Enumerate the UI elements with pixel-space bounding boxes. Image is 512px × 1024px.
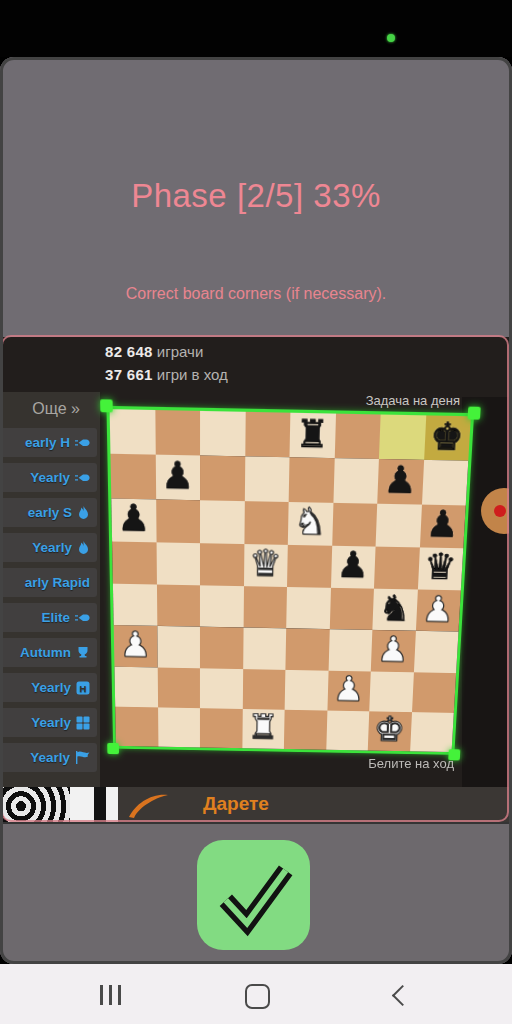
piece-bP-f5: ♟ [336,547,370,587]
square-f6[interactable] [332,502,378,546]
board-scan-area: ♜♚♟♟♟♞♟♛♟♛♞♟♟♟♟♜♚ [106,406,474,755]
scanner-overlay-top: Phase [2/5] 33% Correct board corners (i… [0,57,512,337]
puzzle-of-the-day-title: Задача на деня [366,393,460,408]
sidebar-item-label: early H [25,435,70,450]
flag-icon [75,751,90,764]
square-f2[interactable]: ♟ [327,670,371,711]
square-e2[interactable] [285,669,328,710]
games-stat: 37 661 игри в ход [105,363,228,386]
square-h7[interactable] [421,460,468,505]
sidebar-item-yearly-h[interactable]: early H [0,428,97,457]
sidebar-item-label: Yearly [31,715,71,730]
square-f3[interactable] [328,629,372,671]
square-c5[interactable] [200,543,244,586]
square-d1[interactable]: ♜ [242,709,285,749]
piece-wP-g3: ♟ [376,632,409,670]
square-f1[interactable] [326,710,369,750]
piece-wN-e6: ♞ [294,503,328,543]
square-d3[interactable] [243,628,287,670]
square-b3[interactable] [157,626,200,668]
square-a4[interactable] [113,584,157,626]
piece-wP-h4: ♟ [421,591,455,630]
square-g5[interactable] [374,546,419,589]
corner-handle-top-left[interactable] [100,399,113,412]
corner-handle-bottom-left[interactable] [107,743,119,754]
square-h2[interactable] [412,672,457,713]
square-a3[interactable]: ♟ [114,625,158,667]
square-g1[interactable]: ♚ [368,711,412,751]
piece-bP-g7: ♟ [383,461,418,502]
sidebar-item-yearly-h2[interactable]: Yearly H [0,673,97,702]
square-d2[interactable] [242,669,285,710]
bullet-icon [75,472,90,484]
donate-link[interactable]: Дарете [203,787,269,821]
square-f4[interactable] [329,588,374,630]
square-b8[interactable] [155,410,200,456]
bullet-icon [75,612,90,624]
players-count: 82 648 [105,343,153,360]
square-g8[interactable] [379,414,426,460]
square-h5[interactable]: ♛ [417,547,463,590]
flame-icon [77,541,90,555]
recents-icon[interactable] [100,985,121,1005]
square-g2[interactable] [369,671,413,712]
sidebar-item-label: Yearly [30,470,70,485]
square-e1[interactable] [284,710,327,750]
sidebar-item-yearly-s[interactable]: early S [0,498,97,527]
square-b5[interactable] [156,542,200,585]
piece-bP-h6: ♟ [425,506,460,546]
trophy-icon [76,646,90,660]
corner-handle-top-right[interactable] [468,407,481,420]
h-square-icon: H [76,681,90,695]
square-c1[interactable] [200,708,242,748]
svg-text:H: H [80,682,87,693]
piece-bK-h8: ♚ [429,417,464,459]
spiral-pattern [0,787,70,822]
square-c3[interactable] [200,627,243,669]
square-b1[interactable] [158,707,200,747]
square-h6[interactable]: ♟ [419,504,465,548]
square-d5[interactable]: ♛ [244,544,288,587]
sidebar-item-label: Elite [41,610,70,625]
piece-bP-a6: ♟ [117,500,150,541]
square-d8[interactable] [245,412,291,458]
piece-bN-g4: ♞ [378,590,412,629]
square-b4[interactable] [156,585,200,627]
sidebar-item-label: arly Rapid [25,575,90,590]
square-d6[interactable] [244,501,289,545]
chess-board: ♜♚♟♟♟♞♟♛♟♛♞♟♟♟♟♜♚ [106,406,474,755]
piece-wP-f2: ♟ [332,672,365,710]
piece-wP-a3: ♟ [119,627,151,665]
square-b7[interactable]: ♟ [155,455,200,500]
scanner-overlay-bottom [0,822,512,964]
home-icon[interactable] [245,984,270,1009]
scanner-instruction: Correct board corners (if necessary). [0,285,512,303]
square-a6[interactable]: ♟ [111,498,156,542]
square-f7[interactable] [333,458,379,503]
square-h8[interactable]: ♚ [424,415,471,461]
phone-screen: 82 648 играчи 37 661 игри в ход Задача н… [0,0,512,1024]
square-h3[interactable] [413,631,458,673]
piece-bQ-h5: ♛ [423,549,457,589]
square-c6[interactable] [200,500,244,544]
grid-icon [76,716,90,730]
sidebar-item-label: Yearly [30,750,70,765]
square-e6[interactable]: ♞ [288,501,333,545]
sidebar-item-label: Yearly [31,680,71,695]
square-c4[interactable] [200,585,244,627]
square-d4[interactable] [243,586,287,628]
sidebar-item-label: early S [28,505,72,520]
square-c8[interactable] [200,411,245,457]
square-a1[interactable] [115,706,158,746]
piece-bP-b7: ♟ [161,457,194,498]
android-nav-bar [0,964,512,1024]
sidebar-item-yearly-bullet[interactable]: Yearly [0,463,97,492]
sidebar-item-autumn[interactable]: Autumn [0,638,97,667]
piece-bR-e8: ♜ [295,415,329,457]
back-icon[interactable] [392,985,413,1006]
confirm-button[interactable] [197,840,310,950]
piece-wR-d1: ♜ [247,710,279,747]
square-a7[interactable] [110,454,155,499]
donate-row: Дарете [0,787,512,825]
piece-wQ-d5: ♛ [249,546,282,586]
sidebar-item-yearly-grid[interactable]: Yearly [0,708,97,737]
bullet-icon [75,437,90,449]
square-g6[interactable] [376,503,422,547]
sidebar: Още » early H Yearly early S Yearly [0,392,100,807]
square-d7[interactable] [244,457,289,502]
square-e4[interactable] [286,587,330,629]
players-label: играчи [157,343,203,360]
flame-icon [77,506,90,520]
sidebar-item-yearly-rapid[interactable]: arly Rapid [0,568,97,597]
status-bar [0,0,512,57]
square-e7[interactable] [289,458,335,503]
square-g3[interactable]: ♟ [371,630,416,672]
games-label: игри в ход [157,366,228,383]
square-e5[interactable] [287,545,332,588]
square-c7[interactable] [200,456,245,501]
square-f8[interactable] [334,414,380,460]
sidebar-item-yearly-blitz[interactable]: Yearly [0,533,97,562]
square-b2[interactable] [157,667,200,708]
square-b6[interactable] [156,499,200,543]
square-g4[interactable]: ♞ [372,589,417,631]
side-to-move-label: Белите на ход [368,756,454,771]
sidebar-item-label: Yearly [32,540,72,555]
square-a2[interactable] [114,666,157,707]
chess-site-preview: 82 648 играчи 37 661 игри в ход Задача н… [0,337,512,822]
square-e8[interactable]: ♜ [290,413,336,459]
square-h4[interactable]: ♟ [415,589,460,631]
camera-active-dot-icon [387,34,395,42]
square-c2[interactable] [200,668,243,709]
square-e3[interactable] [285,629,329,671]
square-f5[interactable]: ♟ [330,545,375,588]
square-g7[interactable]: ♟ [377,459,423,504]
stripe-pattern [70,787,118,822]
camera-region: 82 648 играчи 37 661 игри в ход Задача н… [0,57,512,964]
square-a8[interactable] [110,409,156,455]
sidebar-item-yearly-flag[interactable]: Yearly [0,743,97,772]
players-stat: 82 648 играчи [105,340,228,363]
square-h1[interactable] [410,712,454,752]
piece-wK-g1: ♚ [373,713,406,750]
square-a5[interactable] [112,541,156,584]
check-icon [208,851,300,939]
site-stats: 82 648 играчи 37 661 игри в ход [105,340,228,386]
phase-progress-label: Phase [2/5] 33% [0,177,512,215]
sidebar-item-label: Autumn [20,645,71,660]
sidebar-item-elite[interactable]: Elite [0,603,97,632]
games-count: 37 661 [105,366,153,383]
swoosh-icon [128,791,182,819]
photo-thumbnail [0,787,118,822]
sidebar-more-link[interactable]: Още » [0,392,100,428]
